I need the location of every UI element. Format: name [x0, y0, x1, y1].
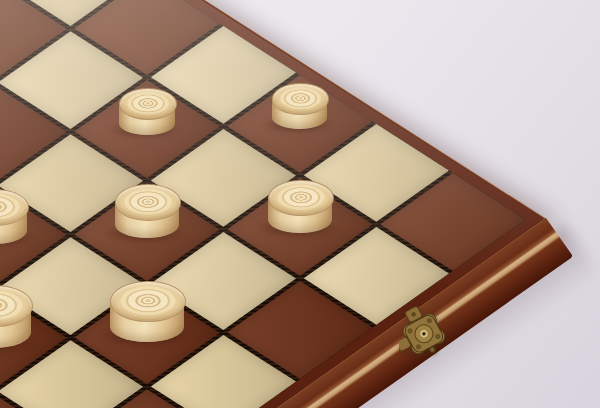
- piece-top-face: [110, 281, 185, 323]
- checker-piece[interactable]: [115, 184, 179, 238]
- product-photo-stage: [0, 0, 600, 408]
- checker-piece[interactable]: [110, 281, 183, 343]
- piece-top-face: [115, 184, 181, 221]
- checker-piece[interactable]: [268, 180, 332, 234]
- piece-top-face: [119, 88, 176, 120]
- checker-piece[interactable]: [119, 88, 174, 134]
- checker-piece[interactable]: [0, 189, 27, 243]
- piece-top-face: [268, 180, 334, 216]
- brass-clasp-icon: [399, 304, 447, 360]
- piece-top-face: [272, 83, 329, 115]
- checker-piece[interactable]: [272, 83, 327, 129]
- checker-piece[interactable]: [0, 285, 31, 347]
